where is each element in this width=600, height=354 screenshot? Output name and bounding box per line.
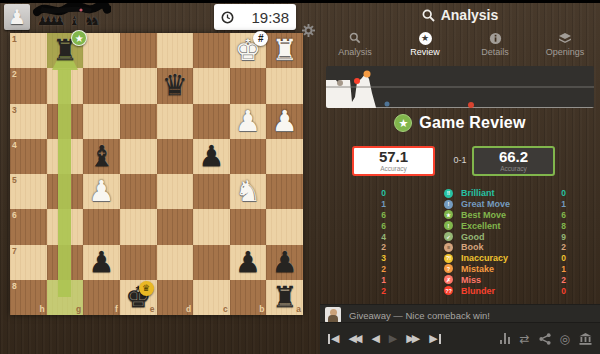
white-count: 2 [360, 264, 386, 274]
square-a8[interactable]: a♜ [266, 280, 303, 315]
blunder-icon: ?? [444, 286, 453, 295]
top-strip [0, 0, 600, 3]
square-c8[interactable]: c [193, 280, 230, 315]
eval-marker [354, 78, 360, 84]
captured-group: ♞♞ [84, 14, 101, 28]
book-icon: ≡ [444, 243, 453, 252]
analysis-panel: Analysis Analysis ★ Review Details [320, 0, 600, 354]
classification-row-mistake: 2?Mistake1 [360, 264, 570, 275]
classification-label: Blunder [457, 286, 542, 296]
rank-label: 7 [12, 246, 17, 256]
file-label: h [39, 304, 44, 314]
classification-row-miss: 1✗Miss2 [360, 274, 570, 285]
inaccuracy-icon: ?! [444, 254, 453, 263]
square-c5[interactable] [193, 174, 230, 209]
file-label: c [223, 304, 228, 314]
chat-strip: Giveaway — Nice comeback win! [320, 304, 600, 322]
top-player-avatar[interactable]: ♟ [4, 4, 30, 30]
square-a1[interactable]: ♜ [266, 33, 303, 68]
black-count: 9 [542, 232, 566, 242]
square-a6[interactable] [266, 209, 303, 244]
square-e4[interactable] [120, 139, 157, 174]
file-label: g [76, 304, 81, 314]
white-count: 2 [360, 286, 386, 296]
chat-message: Giveaway — Nice comeback win! [349, 310, 490, 321]
classification-table: 0‼Brilliant01!Great Move16★Best Move66!E… [360, 188, 570, 296]
app-window: ♟ ♟♟♟♟♝♞♞ 19:38 [0, 0, 600, 354]
move-trail [58, 69, 71, 297]
tab-analysis[interactable]: Analysis [320, 29, 390, 61]
square-h2[interactable]: 2 [10, 68, 47, 103]
classification-row-best-move: 6★Best Move6 [360, 210, 570, 221]
board-pane: ♟ ♟♟♟♟♝♞♞ 19:38 [0, 0, 320, 354]
file-label: e [150, 304, 155, 314]
square-f4[interactable]: ♝ [83, 139, 120, 174]
eval-marker [337, 80, 343, 86]
square-e8[interactable]: e♚♛ [120, 280, 157, 315]
layers-icon [558, 31, 572, 45]
classification-label: Mistake [457, 264, 542, 274]
square-c4[interactable]: ♟ [193, 139, 230, 174]
top-player-bar: ♟ ♟♟♟♟♝♞♞ 19:38 [0, 0, 320, 33]
square-d6[interactable] [157, 209, 194, 244]
white-count: 6 [360, 221, 386, 231]
square-c3[interactable] [193, 104, 230, 139]
jump-to-end-button[interactable]: ▶ [429, 332, 440, 345]
tab-bar: Analysis ★ Review Details Openings [320, 29, 600, 61]
black-count: 6 [542, 210, 566, 220]
clock-icon [221, 11, 234, 24]
square-h3[interactable]: 3 [10, 104, 47, 139]
square-d4[interactable] [157, 139, 194, 174]
rank-label: 5 [12, 175, 17, 185]
black-accuracy-value: 66.2 [474, 149, 553, 165]
piece-white-P-f5: ♟ [83, 174, 120, 209]
square-e3[interactable] [120, 104, 157, 139]
square-f3[interactable] [83, 104, 120, 139]
piece-black-B-f4: ♝ [83, 139, 120, 174]
classification-row-brilliant: 0‼Brilliant0 [360, 188, 570, 199]
square-a4[interactable] [266, 139, 303, 174]
black-count: 0 [542, 286, 566, 296]
classification-label: Inaccuracy [457, 253, 542, 263]
white-count: 1 [360, 199, 386, 209]
file-label: d [186, 304, 191, 314]
captured-group: ♝ [69, 14, 80, 28]
square-d1[interactable] [157, 33, 194, 68]
classification-row-inaccuracy: 3?!Inaccuracy0 [360, 253, 570, 264]
white-count: 2 [360, 242, 386, 252]
square-c2[interactable] [193, 68, 230, 103]
rank-label: 4 [12, 140, 17, 150]
square-e6[interactable] [120, 209, 157, 244]
piece-black-P-f7: ♟ [83, 245, 120, 280]
black-count: 1 [542, 264, 566, 274]
jump-to-start-button[interactable]: ◀ [328, 332, 339, 345]
white-count: 4 [360, 232, 386, 242]
tab-label: Details [481, 47, 509, 57]
playback-toolbar: ◀ ◀◀ ◀ ▶ ▶▶ ▶ ⇄ ◎ [320, 322, 600, 354]
bottom-player-bar: ♟♟♟♟♟♝♝♞♜♛+15 22:50 [0, 315, 320, 354]
rank-label: 6 [12, 210, 17, 220]
game-review-star-icon: ★ [394, 114, 412, 132]
tab-label: Review [410, 47, 440, 57]
circle-dot-icon[interactable]: ◎ [560, 332, 570, 346]
classification-row-excellent: 6!Excellent8 [360, 220, 570, 231]
square-f8[interactable]: f [83, 280, 120, 315]
file-label: f [115, 304, 118, 314]
panel-title: Analysis [441, 7, 499, 23]
piece-black-Q-d2: ♛ [157, 68, 194, 103]
square-h4[interactable]: 4 [10, 139, 47, 174]
fast-rewind-button[interactable]: ◀◀ [348, 332, 362, 345]
step-back-button[interactable]: ◀ [371, 332, 379, 345]
eval-marker [385, 102, 390, 107]
best-move-icon: ★ [444, 210, 453, 219]
square-d3[interactable] [157, 104, 194, 139]
share-icon[interactable] [539, 333, 551, 345]
board[interactable]: 1♜★♚#♜2♛3♟♟4♝♟5♟♞67♟♟♟8hgfe♚♛dcba♜ [10, 33, 303, 315]
square-g1[interactable]: ♜★ [47, 33, 84, 68]
classification-label: Best Move [457, 210, 542, 220]
square-h1[interactable]: 1 [10, 33, 47, 68]
tab-review[interactable]: ★ Review [390, 29, 460, 61]
white-count: 1 [360, 275, 386, 285]
square-b4[interactable] [230, 139, 267, 174]
black-count: 2 [542, 242, 566, 252]
square-b3[interactable]: ♟ [230, 104, 267, 139]
square-h8[interactable]: 8h [10, 280, 47, 315]
mistake-icon: ? [444, 264, 453, 273]
panel-header: Analysis [320, 4, 600, 26]
magnifier-icon [349, 31, 361, 45]
square-e7[interactable] [120, 245, 157, 280]
tab-details[interactable]: Details [460, 29, 530, 61]
square-a3[interactable]: ♟ [266, 104, 303, 139]
classification-row-great-move: 1!Great Move1 [360, 199, 570, 210]
eval-marker [364, 71, 371, 78]
black-count: 2 [542, 275, 566, 285]
square-b1[interactable]: ♚# [230, 33, 267, 68]
square-b8[interactable]: b [230, 280, 267, 315]
gear-icon[interactable] [302, 24, 315, 37]
square-c6[interactable] [193, 209, 230, 244]
stats-bars-icon[interactable] [500, 333, 511, 344]
square-d7[interactable] [157, 245, 194, 280]
winner-crown-badge: ♛ [139, 281, 154, 296]
square-b5[interactable]: ♞ [230, 174, 267, 209]
top-captured-pieces: ♟♟♟♟♝♞♞ [37, 14, 100, 28]
game-review-header: ★ Game Review [320, 114, 600, 132]
toolbar-right-icons: ⇄ ◎ [500, 332, 592, 346]
classification-label: Book [457, 242, 542, 252]
square-e2[interactable] [120, 68, 157, 103]
step-forward-button[interactable]: ▶ [389, 332, 397, 345]
file-label: a [296, 304, 301, 314]
square-a2[interactable] [266, 68, 303, 103]
square-d5[interactable] [157, 174, 194, 209]
classification-label: Brilliant [457, 188, 542, 198]
classification-label: Excellent [457, 221, 542, 231]
rank-label: 3 [12, 105, 17, 115]
piece-black-P-c4: ♟ [193, 139, 230, 174]
good-icon: ✓ [444, 232, 453, 241]
classification-label: Great Move [457, 199, 542, 209]
white-count: 0 [360, 188, 386, 198]
piece-white-P-b3: ♟ [230, 104, 267, 139]
square-c1[interactable] [193, 33, 230, 68]
rank-label: 1 [12, 34, 17, 44]
square-e1[interactable] [120, 33, 157, 68]
square-h6[interactable]: 6 [10, 209, 47, 244]
classification-row-blunder: 2??Blunder0 [360, 285, 570, 296]
fast-forward-button[interactable]: ▶▶ [406, 332, 420, 345]
classification-label: Good [457, 232, 542, 242]
rank-label: 2 [12, 69, 17, 79]
piece-white-R-a1: ♜ [266, 33, 303, 68]
rank-label: 8 [12, 281, 17, 291]
square-c7[interactable] [193, 245, 230, 280]
classification-label: Miss [457, 275, 542, 285]
brilliant-icon: ‼ [444, 189, 453, 198]
info-icon [489, 31, 502, 45]
eval-marker [468, 102, 474, 108]
square-e5[interactable] [120, 174, 157, 209]
piece-black-P-a7: ♟ [266, 245, 303, 280]
square-f1[interactable] [83, 33, 120, 68]
flip-arrows-icon[interactable]: ⇄ [519, 332, 529, 346]
square-h7[interactable]: 7 [10, 245, 47, 280]
piece-black-P-b7: ♟ [230, 245, 267, 280]
top-clock: 19:38 [214, 4, 296, 30]
classification-row-good: 4✓Good9 [360, 231, 570, 242]
tab-label: Openings [546, 47, 585, 57]
captured-group: ♟♟♟♟ [37, 14, 65, 28]
file-label: b [259, 304, 264, 314]
square-b2[interactable] [230, 68, 267, 103]
magnifier-icon [422, 9, 435, 22]
black-count: 1 [542, 199, 566, 209]
square-f6[interactable] [83, 209, 120, 244]
top-clock-time: 19:38 [251, 9, 289, 26]
square-h5[interactable]: 5 [10, 174, 47, 209]
square-f7[interactable]: ♟ [83, 245, 120, 280]
white-accuracy-card: 57.1 Accuracy [352, 146, 435, 176]
square-d8[interactable]: d [157, 280, 194, 315]
evaluation-graph[interactable] [326, 66, 594, 108]
square-b7[interactable]: ♟ [230, 245, 267, 280]
library-icon[interactable] [579, 333, 592, 345]
square-d2[interactable]: ♛ [157, 68, 194, 103]
white-count: 6 [360, 210, 386, 220]
square-a5[interactable] [266, 174, 303, 209]
square-b6[interactable] [230, 209, 267, 244]
square-a7[interactable]: ♟ [266, 245, 303, 280]
playback-controls: ◀ ◀◀ ◀ ▶ ▶▶ ▶ [328, 332, 441, 345]
black-count: 0 [542, 188, 566, 198]
great-move-icon: ! [444, 200, 453, 209]
white-accuracy-label: Accuracy [354, 165, 433, 172]
square-f2[interactable] [83, 68, 120, 103]
black-accuracy-card: 66.2 Accuracy [472, 146, 555, 176]
excellent-icon: ! [444, 221, 453, 230]
white-count: 3 [360, 253, 386, 263]
black-accuracy-label: Accuracy [474, 165, 553, 172]
miss-icon: ✗ [444, 275, 453, 284]
black-count: 8 [542, 221, 566, 231]
classification-row-book: 2≡Book2 [360, 242, 570, 253]
game-review-title: Game Review [419, 114, 525, 132]
tab-label: Analysis [338, 47, 372, 57]
white-advantage-area [326, 73, 594, 108]
white-accuracy-value: 57.1 [354, 149, 433, 165]
square-f5[interactable]: ♟ [83, 174, 120, 209]
piece-white-N-b5: ♞ [230, 174, 267, 209]
star-circle-icon: ★ [419, 31, 432, 45]
piece-white-P-a3: ♟ [266, 104, 303, 139]
chat-avatar[interactable] [325, 307, 341, 322]
tab-openings[interactable]: Openings [530, 29, 600, 61]
black-count: 0 [542, 253, 566, 263]
